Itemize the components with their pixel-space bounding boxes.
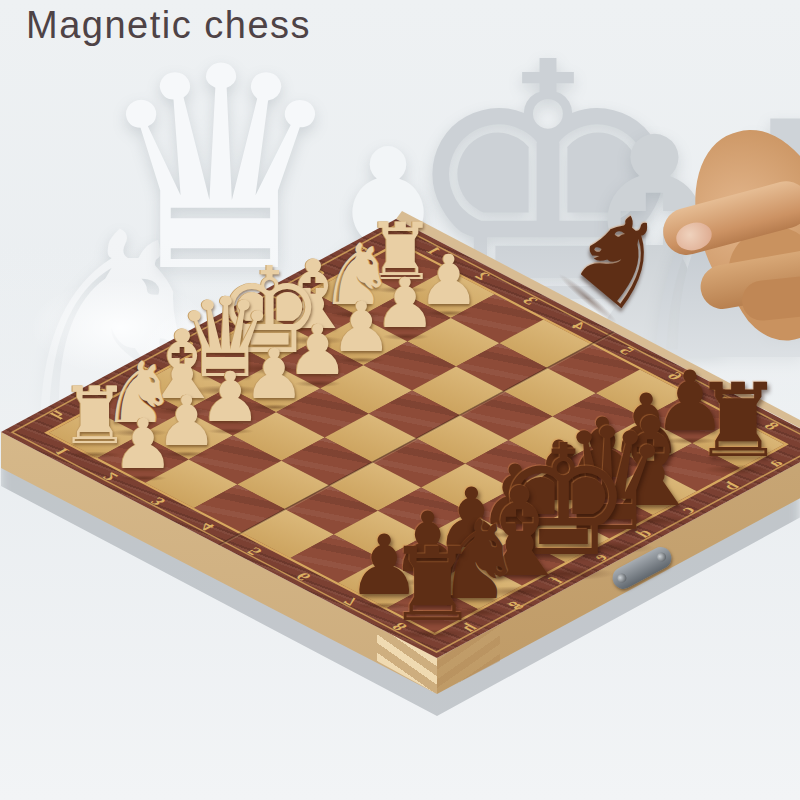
white-pawn-h2: ♟ — [112, 411, 174, 480]
product-title: Magnetic chess — [26, 4, 311, 47]
black-rook-a8: ♜ — [692, 370, 783, 472]
black-rook-h8: ♜ — [387, 535, 478, 637]
product-photo: ♞♛♟♚♝♞♜ Magnetic chess abcdefgh112233445… — [0, 0, 800, 800]
